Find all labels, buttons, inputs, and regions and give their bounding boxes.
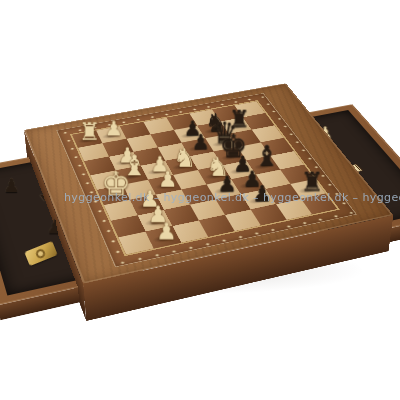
white-pawn-e3: ♟ bbox=[158, 169, 177, 191]
chess-board: ♜♟♟♞♜♟♟♛♝♟♞♚♚♟♞♟♝♟♟♟♟♟♜♟ bbox=[72, 101, 337, 254]
white-rook-a1: ♜ bbox=[79, 120, 101, 144]
watermark-text: hyggeonkel.dk – hyggeonkel.dk – hyggeonk… bbox=[64, 191, 400, 205]
white-pawn-h2: ♟ bbox=[156, 221, 177, 244]
product-photo-chess-set: ♟♞♟♟ ♝♟♛ ♜♟♟♞♜♟♟♛♝♟♞♚♚♟♞♟♝♟♟♟♟♟♜♟ hyggeo… bbox=[0, 0, 400, 400]
white-pawn-a2: ♟ bbox=[105, 120, 123, 140]
scene-perspective: ♟♞♟♟ ♝♟♛ ♜♟♟♞♜♟♟♛♝♟♞♚♚♟♞♟♝♟♟♟♟♟♜♟ bbox=[24, 83, 394, 284]
black-pawn-captured: ♟ bbox=[3, 176, 20, 195]
